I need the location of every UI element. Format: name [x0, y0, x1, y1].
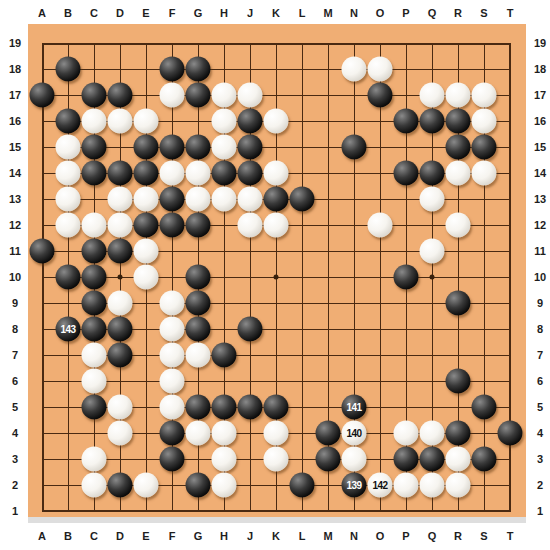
row-label-left: 4	[12, 428, 18, 439]
star-point	[274, 275, 279, 280]
row-label-left: 6	[12, 376, 18, 387]
white-stone	[420, 239, 445, 264]
black-stone	[30, 83, 55, 108]
row-label-right: 11	[534, 246, 546, 257]
row-label-right: 7	[537, 350, 543, 361]
white-stone	[446, 447, 471, 472]
black-stone	[82, 395, 107, 420]
black-stone	[290, 187, 315, 212]
black-stone	[186, 317, 211, 342]
row-label-right: 12	[534, 220, 546, 231]
black-stone	[82, 239, 107, 264]
white-stone	[160, 395, 185, 420]
white-stone	[186, 161, 211, 186]
go-game-screenshot: 143141140139142 AABBCCDDEEFFGGHHJJKKLLMM…	[0, 0, 550, 550]
white-stone	[212, 135, 237, 160]
black-stone	[472, 135, 497, 160]
white-stone	[264, 421, 289, 446]
white-stone	[264, 109, 289, 134]
white-stone	[472, 83, 497, 108]
column-label-bottom: Q	[428, 531, 437, 542]
white-stone	[238, 187, 263, 212]
black-stone	[160, 135, 185, 160]
black-stone	[82, 265, 107, 290]
column-label-top: B	[64, 8, 72, 19]
column-label-bottom: C	[90, 531, 98, 542]
black-stone	[394, 161, 419, 186]
white-stone	[82, 109, 107, 134]
black-stone	[420, 161, 445, 186]
row-label-left: 5	[12, 402, 18, 413]
white-stone	[420, 187, 445, 212]
white-stone	[212, 421, 237, 446]
white-stone	[368, 57, 393, 82]
grid-horizontal-line	[42, 381, 511, 382]
black-stone	[238, 395, 263, 420]
white-stone	[82, 343, 107, 368]
black-stone	[186, 83, 211, 108]
white-stone	[108, 395, 133, 420]
white-stone	[368, 213, 393, 238]
black-stone	[446, 421, 471, 446]
column-label-top: R	[454, 8, 462, 19]
black-stone	[446, 109, 471, 134]
row-label-right: 3	[537, 454, 543, 465]
row-label-right: 15	[534, 142, 546, 153]
column-label-bottom: D	[116, 531, 124, 542]
black-stone	[82, 135, 107, 160]
black-stone	[186, 213, 211, 238]
column-label-top: L	[299, 8, 306, 19]
column-label-bottom: O	[376, 531, 385, 542]
white-stone	[160, 291, 185, 316]
black-stone	[342, 135, 367, 160]
black-stone	[108, 317, 133, 342]
column-label-bottom: K	[272, 531, 280, 542]
row-label-right: 14	[534, 168, 546, 179]
black-stone	[108, 161, 133, 186]
column-label-top: N	[350, 8, 358, 19]
column-label-top: Q	[428, 8, 437, 19]
column-label-bottom: L	[299, 531, 306, 542]
column-label-top: T	[507, 8, 514, 19]
white-stone	[212, 109, 237, 134]
black-stone	[82, 291, 107, 316]
black-stone	[56, 57, 81, 82]
move-number-label: 142	[372, 480, 387, 490]
white-stone	[472, 161, 497, 186]
column-label-top: G	[194, 8, 203, 19]
black-stone	[108, 473, 133, 498]
white-stone	[108, 421, 133, 446]
white-stone	[82, 213, 107, 238]
black-stone	[238, 161, 263, 186]
black-stone-move-141: 141	[342, 395, 367, 420]
white-stone	[56, 135, 81, 160]
grid-horizontal-line	[42, 510, 511, 512]
column-label-top: K	[272, 8, 280, 19]
black-stone	[316, 447, 341, 472]
white-stone	[56, 213, 81, 238]
black-stone	[56, 265, 81, 290]
white-stone	[56, 161, 81, 186]
move-number-label: 140	[346, 428, 361, 438]
column-label-bottom: N	[350, 531, 358, 542]
column-label-top: E	[142, 8, 149, 19]
column-label-bottom: A	[38, 531, 46, 542]
row-label-right: 8	[537, 324, 543, 335]
go-board[interactable]: 143141140139142	[28, 24, 526, 517]
black-stone	[394, 109, 419, 134]
black-stone	[108, 239, 133, 264]
row-label-right: 19	[534, 38, 546, 49]
white-stone	[108, 109, 133, 134]
row-label-left: 10	[9, 272, 21, 283]
white-stone	[108, 187, 133, 212]
column-label-top: M	[323, 8, 332, 19]
black-stone	[56, 109, 81, 134]
black-stone	[30, 239, 55, 264]
white-stone	[160, 83, 185, 108]
white-stone	[160, 161, 185, 186]
grid-vertical-line	[380, 43, 381, 512]
white-stone	[446, 83, 471, 108]
white-stone-move-140: 140	[342, 421, 367, 446]
white-stone	[186, 421, 211, 446]
column-label-bottom: P	[402, 531, 409, 542]
white-stone	[82, 447, 107, 472]
white-stone	[446, 213, 471, 238]
black-stone	[82, 317, 107, 342]
grid-vertical-line	[302, 43, 303, 512]
black-stone-move-139: 139	[342, 473, 367, 498]
row-label-right: 17	[534, 90, 546, 101]
white-stone	[108, 213, 133, 238]
black-stone	[264, 187, 289, 212]
white-stone	[160, 343, 185, 368]
white-stone	[160, 369, 185, 394]
black-stone-move-143: 143	[56, 317, 81, 342]
black-stone	[498, 421, 523, 446]
column-label-top: F	[169, 8, 176, 19]
column-label-top: J	[247, 8, 253, 19]
black-stone	[134, 161, 159, 186]
white-stone	[108, 291, 133, 316]
black-stone	[186, 265, 211, 290]
row-label-right: 6	[537, 376, 543, 387]
white-stone	[134, 187, 159, 212]
black-stone	[420, 447, 445, 472]
black-stone	[446, 369, 471, 394]
black-stone	[472, 447, 497, 472]
black-stone	[212, 343, 237, 368]
row-label-right: 2	[537, 480, 543, 491]
row-label-left: 2	[12, 480, 18, 491]
white-stone	[134, 265, 159, 290]
column-label-top: O	[376, 8, 385, 19]
white-stone	[186, 187, 211, 212]
black-stone	[420, 109, 445, 134]
row-label-left: 7	[12, 350, 18, 361]
black-stone	[212, 161, 237, 186]
row-label-right: 10	[534, 272, 546, 283]
black-stone	[446, 291, 471, 316]
row-label-right: 13	[534, 194, 546, 205]
white-stone	[264, 213, 289, 238]
white-stone	[212, 447, 237, 472]
black-stone	[446, 135, 471, 160]
column-label-bottom: F	[169, 531, 176, 542]
black-stone	[160, 213, 185, 238]
row-label-left: 14	[9, 168, 21, 179]
white-stone	[264, 161, 289, 186]
black-stone	[212, 395, 237, 420]
column-label-top: C	[90, 8, 98, 19]
board-bottom-shadow	[28, 517, 526, 523]
white-stone	[342, 447, 367, 472]
black-stone	[186, 395, 211, 420]
black-stone	[368, 83, 393, 108]
white-stone	[446, 473, 471, 498]
move-number-label: 139	[346, 480, 361, 490]
black-stone	[472, 395, 497, 420]
white-stone	[394, 473, 419, 498]
black-stone	[186, 135, 211, 160]
white-stone	[420, 83, 445, 108]
white-stone	[82, 369, 107, 394]
column-label-top: P	[402, 8, 409, 19]
black-stone	[290, 473, 315, 498]
row-label-left: 13	[9, 194, 21, 205]
black-stone	[160, 421, 185, 446]
white-stone	[394, 421, 419, 446]
row-label-right: 5	[537, 402, 543, 413]
black-stone	[160, 57, 185, 82]
column-label-bottom: R	[454, 531, 462, 542]
white-stone	[186, 343, 211, 368]
white-stone	[212, 187, 237, 212]
row-label-left: 18	[9, 64, 21, 75]
column-label-top: D	[116, 8, 124, 19]
white-stone	[160, 317, 185, 342]
row-label-left: 9	[12, 298, 18, 309]
column-label-top: A	[38, 8, 46, 19]
white-stone	[212, 83, 237, 108]
row-label-left: 16	[9, 116, 21, 127]
white-stone	[134, 473, 159, 498]
white-stone	[420, 421, 445, 446]
row-label-left: 17	[9, 90, 21, 101]
column-label-bottom: J	[247, 531, 253, 542]
row-label-left: 3	[12, 454, 18, 465]
black-stone	[186, 57, 211, 82]
row-label-left: 8	[12, 324, 18, 335]
row-label-left: 19	[9, 38, 21, 49]
column-label-bottom: B	[64, 531, 72, 542]
black-stone	[394, 265, 419, 290]
white-stone	[134, 239, 159, 264]
white-stone	[212, 473, 237, 498]
row-label-right: 4	[537, 428, 543, 439]
white-stone	[56, 187, 81, 212]
black-stone	[186, 291, 211, 316]
black-stone	[264, 395, 289, 420]
column-label-bottom: M	[323, 531, 332, 542]
row-label-left: 11	[9, 246, 21, 257]
column-label-bottom: S	[480, 531, 487, 542]
white-stone	[134, 109, 159, 134]
white-stone	[420, 473, 445, 498]
move-number-label: 143	[60, 324, 75, 334]
black-stone	[160, 187, 185, 212]
row-label-right: 16	[534, 116, 546, 127]
white-stone	[342, 57, 367, 82]
column-label-top: S	[480, 8, 487, 19]
black-stone	[238, 317, 263, 342]
row-label-left: 15	[9, 142, 21, 153]
black-stone	[186, 473, 211, 498]
black-stone	[108, 83, 133, 108]
column-label-top: H	[220, 8, 228, 19]
black-stone	[316, 421, 341, 446]
row-label-right: 18	[534, 64, 546, 75]
white-stone	[82, 473, 107, 498]
row-label-left: 12	[9, 220, 21, 231]
white-stone	[264, 447, 289, 472]
column-label-bottom: G	[194, 531, 203, 542]
white-stone	[238, 213, 263, 238]
black-stone	[108, 343, 133, 368]
star-point	[118, 275, 123, 280]
row-label-right: 9	[537, 298, 543, 309]
row-label-left: 1	[12, 506, 18, 517]
column-label-bottom: E	[142, 531, 149, 542]
black-stone	[238, 135, 263, 160]
white-stone-move-142: 142	[368, 473, 393, 498]
black-stone	[134, 135, 159, 160]
black-stone	[134, 213, 159, 238]
white-stone	[472, 109, 497, 134]
move-number-label: 141	[346, 402, 361, 412]
black-stone	[394, 447, 419, 472]
white-stone	[446, 161, 471, 186]
row-label-right: 1	[537, 506, 543, 517]
black-stone	[82, 161, 107, 186]
black-stone	[238, 109, 263, 134]
black-stone	[82, 83, 107, 108]
column-label-bottom: H	[220, 531, 228, 542]
white-stone	[238, 83, 263, 108]
black-stone	[160, 447, 185, 472]
star-point	[430, 275, 435, 280]
column-label-bottom: T	[507, 531, 514, 542]
